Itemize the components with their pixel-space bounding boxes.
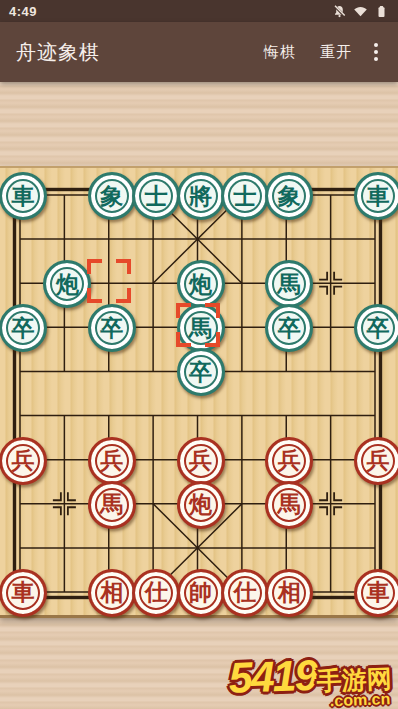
watermark-site: 手游网: [316, 664, 392, 695]
status-time: 4:49: [9, 4, 37, 19]
wifi-icon: [353, 4, 368, 19]
piece-black-卒[interactable]: 卒: [88, 304, 136, 352]
app-bar-actions: 悔棋 重开: [252, 35, 382, 70]
piece-red-兵[interactable]: 兵: [265, 437, 313, 485]
app-screen: 4:49 舟迹象棋 悔棋 重开: [0, 0, 398, 709]
piece-red-馬[interactable]: 馬: [88, 481, 136, 529]
piece-black-將[interactable]: 將: [177, 172, 225, 220]
piece-black-象[interactable]: 象: [265, 172, 313, 220]
piece-red-仕[interactable]: 仕: [132, 569, 180, 617]
overflow-menu-button[interactable]: [364, 37, 382, 67]
piece-red-車[interactable]: 車: [0, 569, 47, 617]
game-area: 5419手游网 .com.cn 車象士將士象車炮炮馬卒卒馬卒卒卒兵兵兵兵兵馬炮馬…: [0, 82, 398, 709]
piece-red-兵[interactable]: 兵: [0, 437, 47, 485]
page-title: 舟迹象棋: [16, 39, 100, 66]
watermark-number: 5419: [228, 651, 317, 702]
piece-red-車[interactable]: 車: [354, 569, 398, 617]
watermark: 5419手游网 .com.cn: [228, 653, 392, 709]
piece-red-兵[interactable]: 兵: [354, 437, 398, 485]
piece-black-士[interactable]: 士: [132, 172, 180, 220]
piece-black-馬[interactable]: 馬: [177, 304, 225, 352]
notifications-off-icon: [332, 4, 347, 19]
piece-red-相[interactable]: 相: [265, 569, 313, 617]
piece-red-炮[interactable]: 炮: [177, 481, 225, 529]
piece-black-士[interactable]: 士: [221, 172, 269, 220]
undo-move-button[interactable]: 悔棋: [252, 35, 308, 70]
piece-red-兵[interactable]: 兵: [88, 437, 136, 485]
piece-black-炮[interactable]: 炮: [177, 260, 225, 308]
piece-red-兵[interactable]: 兵: [177, 437, 225, 485]
piece-red-相[interactable]: 相: [88, 569, 136, 617]
status-icons: [332, 4, 389, 19]
battery-icon: [374, 4, 389, 19]
piece-red-帥[interactable]: 帥: [177, 569, 225, 617]
status-bar: 4:49: [0, 0, 398, 22]
piece-black-象[interactable]: 象: [88, 172, 136, 220]
piece-red-馬[interactable]: 馬: [265, 481, 313, 529]
restart-game-button[interactable]: 重开: [308, 35, 364, 70]
piece-red-仕[interactable]: 仕: [221, 569, 269, 617]
app-bar: 舟迹象棋 悔棋 重开: [0, 22, 398, 82]
piece-black-卒[interactable]: 卒: [354, 304, 398, 352]
watermark-domain: .com.cn: [230, 692, 391, 709]
piece-black-卒[interactable]: 卒: [177, 348, 225, 396]
piece-black-車[interactable]: 車: [0, 172, 47, 220]
piece-black-車[interactable]: 車: [354, 172, 398, 220]
